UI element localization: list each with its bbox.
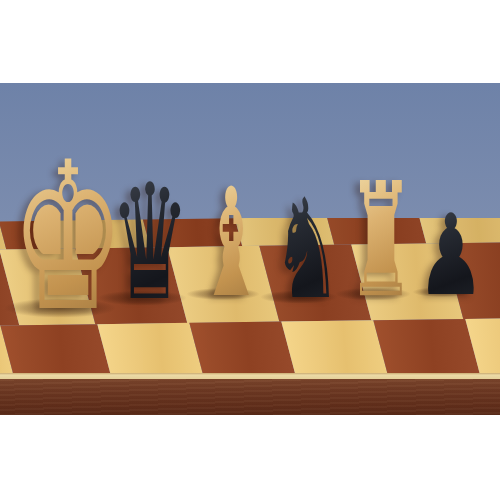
board-square-light: [419, 218, 500, 244]
letterbox-bottom: [0, 415, 500, 500]
board-square-dark: [327, 218, 426, 245]
letterbox-top: [0, 0, 500, 83]
board-square-dark: [143, 218, 242, 247]
board-square-dark: [189, 322, 296, 381]
board-squares: [0, 218, 500, 383]
board-row-middle-row: [0, 241, 500, 326]
board-square-dark: [373, 319, 480, 378]
photo-canvas: ♚♛♝♞♜♟: [0, 0, 500, 500]
board-square-light: [51, 219, 150, 248]
board-square-dark: [0, 221, 58, 250]
board-square-light: [235, 218, 334, 246]
board-frame-grain: [0, 379, 500, 415]
photo-area: [0, 83, 500, 415]
chessboard: [0, 218, 500, 415]
board-square-light: [281, 320, 388, 379]
